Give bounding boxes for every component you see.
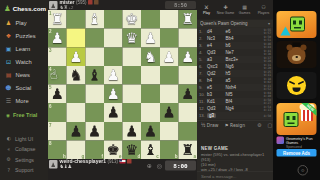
white-pawn[interactable]: ♟: [69, 49, 82, 64]
square-a5[interactable]: ♟: [178, 85, 197, 104]
move-white[interactable]: Qd3: [207, 50, 226, 55]
sidebar-item-learn[interactable]: ▣Learn: [0, 42, 48, 55]
geometry-dash-icon: [290, 17, 305, 32]
sidebar-footer: ◐Light UI«Collapse⚙Settings?Support: [0, 133, 48, 175]
square-g4[interactable]: ♞: [67, 66, 86, 85]
move-row: 1.d4e69:559:57: [197, 28, 273, 35]
white-pawn[interactable]: ♟: [107, 87, 120, 102]
move-black[interactable]: Bxc3+: [226, 57, 245, 62]
square-d1[interactable]: ♚: [123, 10, 142, 29]
white-rook[interactable]: ♜: [51, 12, 64, 27]
square-b7[interactable]: [160, 122, 179, 141]
square-e5[interactable]: ♟: [104, 85, 123, 104]
square-b5[interactable]: [160, 85, 179, 104]
file-label: b: [175, 154, 178, 159]
square-e1[interactable]: [104, 10, 123, 29]
square-c4[interactable]: [141, 66, 160, 85]
square-c7[interactable]: ♟: [141, 122, 160, 141]
move-row: 6.Qxc3Ng69:319:20: [197, 63, 273, 70]
square-g3[interactable]: ♟: [67, 47, 86, 66]
game-panel: ⚔Play✚New Game▦Games⚇Players Queen's Paw…: [197, 0, 273, 180]
move-times: 8:50: [264, 114, 271, 117]
black-knight[interactable]: ♞: [69, 68, 82, 83]
square-f5[interactable]: [85, 85, 104, 104]
move-white[interactable]: e4: [207, 43, 226, 48]
square-d3[interactable]: [123, 47, 142, 66]
move-black[interactable]: Ne7: [226, 50, 245, 55]
black-queen[interactable]: ♛: [125, 142, 138, 157]
game-thumb-fnaf[interactable]: [277, 41, 317, 68]
file-label: d: [137, 154, 140, 159]
move-times: 9:259:11: [264, 70, 271, 77]
move-times: 9:379:28: [264, 56, 271, 63]
square-h1[interactable]: 1♜: [48, 10, 67, 29]
opening-row[interactable]: Queen's Pawn Opening ▾: [197, 20, 273, 28]
player-bar: ♟ weird-chessplayer1 (913) ♞♝♟ ⊕◎ 8:00: [48, 159, 197, 174]
sidebar-footer-support[interactable]: ?Support: [0, 165, 48, 176]
chevron-down-icon[interactable]: ▾: [268, 21, 270, 26]
square-d2[interactable]: ♛: [123, 29, 142, 48]
square-b1[interactable]: [160, 10, 179, 29]
move-black[interactable]: Bb4: [226, 36, 245, 41]
square-g8[interactable]: g: [67, 140, 86, 159]
square-f3[interactable]: [85, 47, 104, 66]
square-b3[interactable]: ♟: [160, 47, 179, 66]
new-game-icon: ✚: [223, 5, 227, 11]
move-white[interactable]: Qd2: [207, 71, 226, 76]
sidebar: ♟ Chess.com ♟Play❖Puzzles▣Learn⊡Watch▤Ne…: [0, 0, 48, 180]
play-icon: ♟: [5, 19, 12, 26]
chess-board: 1♜♝♚♜2♟♛♟3♟♞♟♟4☝♞♝♟5♟♟♟6♟♟7♟♟♟♟8hgfe♚d♛c…: [48, 10, 197, 159]
white-knight[interactable]: ♞: [144, 49, 157, 64]
square-e3[interactable]: [104, 47, 123, 66]
square-h4[interactable]: 4☝: [48, 66, 67, 85]
square-h5[interactable]: 5♟: [48, 85, 67, 104]
square-a6[interactable]: [178, 103, 197, 122]
square-d6[interactable]: [123, 103, 142, 122]
trial-label: Free Trial: [13, 112, 37, 118]
square-e7[interactable]: [104, 122, 123, 141]
move-times: 9:189:02: [264, 77, 271, 84]
move-row: 2.Nc3Bb49:509:51: [197, 35, 273, 42]
square-g6[interactable]: [67, 103, 86, 122]
move-times: 9:319:20: [264, 63, 271, 70]
move-white[interactable]: Kd1: [207, 99, 226, 104]
ad-creative[interactable]: NEW: [277, 103, 317, 135]
move-white[interactable]: h4: [207, 78, 226, 83]
sidebar-menu: ♟Play❖Puzzles▣Learn⊡Watch▤News☻Social☰Mo…: [0, 16, 48, 107]
square-a2[interactable]: [178, 29, 197, 48]
ad-note: Sponsored: [286, 145, 318, 149]
move-times: 8:588:27: [264, 98, 271, 105]
freddy-bear-icon: [288, 47, 306, 64]
white-bishop[interactable]: ♝: [88, 12, 101, 27]
move-white[interactable]: b3: [207, 92, 226, 97]
move-row: 12.Qd3Ng48:548:13: [197, 105, 273, 112]
black-pawn[interactable]: ♟: [107, 105, 120, 120]
black-pawn[interactable]: ♟: [144, 124, 157, 139]
square-e2[interactable]: [104, 29, 123, 48]
square-g5[interactable]: [67, 85, 86, 104]
move-times: 9:048:40: [264, 91, 271, 98]
file-label: c: [156, 154, 159, 159]
opponent-bar: ♟ mister (595) ♞♜ +2 8:50: [48, 0, 197, 10]
move-row: 3.e4b69:469:44: [197, 42, 273, 49]
square-f7[interactable]: ♟: [85, 122, 104, 141]
tab-play[interactable]: ⚔Play: [197, 0, 216, 19]
opponent-avatar[interactable]: ♟: [49, 1, 58, 10]
rank-label: 6: [49, 104, 52, 109]
draw-button[interactable]: ½ Draw: [201, 123, 219, 128]
remove-ads-button[interactable]: Remove Ads: [277, 149, 317, 157]
square-e4[interactable]: ♟: [104, 66, 123, 85]
hand-cursor-icon: ☝: [48, 66, 59, 82]
move-times: 9:419:36: [264, 49, 271, 56]
opponent-badge-icon: [88, 0, 93, 5]
rank-label: 2: [49, 29, 52, 34]
player-captured-pieces: ♞♝♟: [60, 164, 72, 169]
move-black[interactable]: Ng4: [226, 106, 245, 111]
move-black[interactable]: Nxh4: [226, 85, 245, 90]
settings-gear-icon[interactable]: ⚙: [257, 123, 261, 129]
black-pawn[interactable]: ♟: [181, 87, 194, 102]
black-pawn[interactable]: ♟: [88, 124, 101, 139]
square-d8[interactable]: d♛: [123, 140, 142, 159]
move-white[interactable]: Qd3: [207, 106, 226, 111]
puzzles-icon: ❖: [5, 32, 12, 39]
square-a7[interactable]: [178, 122, 197, 141]
move-row: 4.Qd3Ne79:419:36: [197, 49, 273, 56]
ad-title: Geometry's Fun Games: [286, 137, 318, 146]
square-c6[interactable]: [141, 103, 160, 122]
play-icon: ⚔: [204, 5, 208, 11]
focus-mode-icon[interactable]: ◎: [157, 162, 162, 169]
new-game-header: NEW GAME: [201, 146, 269, 151]
move-row: 5.a3Bxc3+9:379:28: [197, 56, 273, 63]
player-rating: (913): [107, 159, 118, 164]
black-pawn[interactable]: ♟: [69, 124, 82, 139]
square-f1[interactable]: ♝: [85, 10, 104, 29]
board-layout-icon[interactable]: ▢: [267, 123, 272, 129]
black-pawn[interactable]: ♟: [125, 124, 138, 139]
square-c5[interactable]: [141, 85, 160, 104]
rank-label: 1: [49, 11, 52, 16]
chat-placeholder: Send a message...: [201, 173, 236, 178]
opponent-badge2-icon: [94, 0, 99, 5]
material-advantage: +2: [68, 5, 73, 10]
sidebar-item-puzzles[interactable]: ❖Puzzles: [0, 29, 48, 42]
move-row: 11.Kd1Bf48:588:27: [197, 98, 273, 105]
ad-settings-icon[interactable]: ⚙: [298, 165, 309, 176]
square-c3[interactable]: ♞: [141, 47, 160, 66]
rank-label: 3: [49, 48, 52, 53]
square-b4[interactable]: [160, 66, 179, 85]
board-toolbar: ⊕◎: [147, 162, 162, 169]
move-times: 9:509:51: [264, 35, 271, 42]
support-icon: ?: [6, 167, 12, 173]
square-g1[interactable]: [67, 10, 86, 29]
square-f2[interactable]: [85, 29, 104, 48]
player-avatar[interactable]: ♟: [49, 160, 58, 169]
sidebar-item-news[interactable]: ▤News: [0, 68, 48, 81]
sidebar-item-play[interactable]: ♟Play: [0, 16, 48, 29]
black-pawn[interactable]: ♟: [163, 105, 176, 120]
white-pawn[interactable]: ♟: [181, 49, 194, 64]
player-badge-icon: [127, 159, 132, 164]
move-row: 7.Qd2h59:259:11: [197, 70, 273, 77]
news-icon: ▤: [5, 71, 12, 78]
sidebar-item-social[interactable]: ☻Social: [0, 81, 48, 94]
tab-players[interactable]: ⚇Players: [254, 0, 273, 19]
move-white[interactable]: Nc3: [207, 36, 226, 41]
move-black[interactable]: h5: [226, 71, 245, 76]
light-ui-icon: ◐: [6, 136, 12, 142]
sidebar-footer-light-ui[interactable]: ◐Light UI: [0, 133, 48, 144]
square-a8[interactable]: a♜: [178, 140, 197, 159]
move-black[interactable]: e6: [226, 29, 245, 34]
square-h2[interactable]: 2♟: [48, 29, 67, 48]
rank-label: 7: [49, 122, 52, 127]
triangle-icon: [281, 27, 291, 36]
black-pawn[interactable]: ♟: [51, 87, 64, 102]
move-white[interactable]: d4: [207, 29, 226, 34]
square-b2[interactable]: [160, 29, 179, 48]
resign-button[interactable]: ⚑ Resign: [225, 123, 245, 128]
move-black[interactable]: a5: [226, 78, 245, 83]
add-time-icon[interactable]: ⊕: [147, 162, 152, 169]
move-times: 9:118:52: [264, 84, 271, 91]
square-c1[interactable]: [141, 10, 160, 29]
collapse-icon: «: [6, 146, 12, 152]
move-black[interactable]: Nf5: [226, 92, 245, 97]
rank-label: 5: [49, 85, 52, 90]
rank-label: 8: [49, 141, 52, 146]
file-label: a: [193, 154, 196, 159]
square-d5[interactable]: [123, 85, 142, 104]
square-c8[interactable]: c♝: [141, 140, 160, 159]
white-queen[interactable]: ♛: [125, 31, 138, 46]
square-g2[interactable]: [67, 29, 86, 48]
square-e6[interactable]: ♟: [104, 103, 123, 122]
opponent-rating: (595): [76, 0, 87, 5]
square-a3[interactable]: ♟: [178, 47, 197, 66]
square-h6[interactable]: 6: [48, 103, 67, 122]
square-e8[interactable]: e♚: [104, 140, 123, 159]
square-f8[interactable]: f: [85, 140, 104, 159]
matchup-text: mister (595) vs. weird-chessplayer1 (913…: [201, 153, 269, 163]
black-bishop[interactable]: ♝: [88, 68, 101, 83]
settings-icon: ⚙: [6, 157, 12, 163]
square-a4[interactable]: [178, 66, 197, 85]
square-b8[interactable]: b: [160, 140, 179, 159]
white-pawn[interactable]: ♟: [144, 31, 157, 46]
player-clock: 8:00: [165, 161, 196, 171]
ad-app-icon: [277, 137, 285, 145]
move-white[interactable]: e5: [207, 85, 226, 90]
player-flag-icon: [119, 159, 125, 164]
black-rook[interactable]: ♜: [181, 142, 194, 157]
panel-tabs: ⚔Play✚New Game▦Games⚇Players: [197, 0, 273, 20]
angry-face-icon: [287, 76, 306, 95]
move-row: 10.b3Nf59:048:40: [197, 91, 273, 98]
games-icon: ▦: [242, 5, 247, 11]
move-times: 9:469:44: [264, 42, 271, 49]
white-pawn[interactable]: ♟: [163, 49, 176, 64]
game-thumb-geometry-dash[interactable]: [277, 11, 317, 38]
more-icon: ☰: [5, 97, 12, 104]
square-h3[interactable]: 3: [48, 47, 67, 66]
move-white[interactable]: g3: [207, 113, 226, 118]
white-pawn[interactable]: ♟: [107, 68, 120, 83]
logo-pawn-icon: ♟: [4, 4, 11, 13]
square-c2[interactable]: ♟: [141, 29, 160, 48]
sidebar-footer-collapse[interactable]: «Collapse: [0, 144, 48, 155]
sidebar-item-watch[interactable]: ⊡Watch: [0, 55, 48, 68]
opponent-clock: 8:50: [165, 1, 196, 9]
learn-icon: ▣: [5, 45, 12, 52]
board-area: ♟ mister (595) ♞♜ +2 8:50 1♜♝♚♜2♟♛♟3♟♞♟♟…: [48, 0, 197, 180]
logo-text: Chess.com: [13, 5, 46, 12]
ad-caption[interactable]: Geometry's Fun Games Sponsored: [277, 137, 318, 149]
move-white[interactable]: Qxc3: [207, 64, 226, 69]
players-icon: ⚇: [261, 5, 265, 11]
white-rook[interactable]: ♜: [181, 12, 194, 27]
games-ad-column: NEW Geometry's Fun Games Sponsored Remov…: [273, 0, 320, 180]
move-row: 8.h4a59:189:02: [197, 77, 273, 84]
chesscom-logo[interactable]: ♟ Chess.com: [0, 0, 48, 16]
move-black[interactable]: b6: [226, 43, 245, 48]
square-h7[interactable]: 7: [48, 122, 67, 141]
move-list: 1.d4e69:559:572.Nc3Bb49:509:513.e4b69:46…: [197, 28, 273, 120]
move-black[interactable]: Bf4: [226, 99, 245, 104]
square-a1[interactable]: ♜: [178, 10, 197, 29]
square-b6[interactable]: ♟: [160, 103, 179, 122]
opponent-captured-pieces: ♞♜: [60, 5, 68, 10]
move-row: 13.g38:50: [197, 112, 273, 119]
new-game-summary: NEW GAME mister (595) vs. weird-chesspla…: [197, 146, 273, 172]
move-times: 8:548:13: [264, 105, 271, 112]
game-controls: ½ Draw ⚑ Resign ⚙ ▢: [197, 120, 273, 130]
square-g7[interactable]: ♟: [67, 122, 86, 141]
move-row: 9.e5Nxh49:118:52: [197, 84, 273, 91]
game-thumb-angry-face[interactable]: [277, 72, 317, 99]
social-icon: ☻: [5, 84, 12, 91]
move-white[interactable]: a3: [207, 57, 226, 62]
square-d7[interactable]: ♟: [123, 122, 142, 141]
free-trial-button[interactable]: ◉ Free Trial: [0, 107, 48, 118]
move-black[interactable]: Ng6: [226, 64, 245, 69]
trial-icon: ◉: [6, 113, 10, 118]
chat-input[interactable]: Send a message...: [197, 171, 273, 180]
app-window: ♟ Chess.com ♟Play❖Puzzles▣Learn⊡Watch▤Ne…: [0, 0, 320, 180]
watch-icon: ⊡: [5, 58, 12, 65]
sidebar-item-more[interactable]: ☰More: [0, 94, 48, 107]
black-king[interactable]: ♚: [107, 142, 120, 157]
move-times: 9:559:57: [264, 28, 271, 35]
geometry-dash-icon: [284, 112, 299, 127]
black-bishop[interactable]: ♝: [144, 142, 157, 157]
tab-games[interactable]: ▦Games: [235, 0, 254, 19]
opening-name: Queen's Pawn Opening: [200, 21, 268, 26]
file-label: e: [119, 154, 122, 159]
square-f4[interactable]: ♝: [85, 66, 104, 85]
tab-new-game[interactable]: ✚New Game: [216, 0, 235, 19]
square-d4[interactable]: [123, 66, 142, 85]
sidebar-footer-settings[interactable]: ⚙Settings: [0, 154, 48, 165]
white-king[interactable]: ♚: [125, 12, 138, 27]
white-pawn[interactable]: ♟: [51, 31, 64, 46]
square-f6[interactable]: [85, 103, 104, 122]
square-h8[interactable]: 8h: [48, 140, 67, 159]
